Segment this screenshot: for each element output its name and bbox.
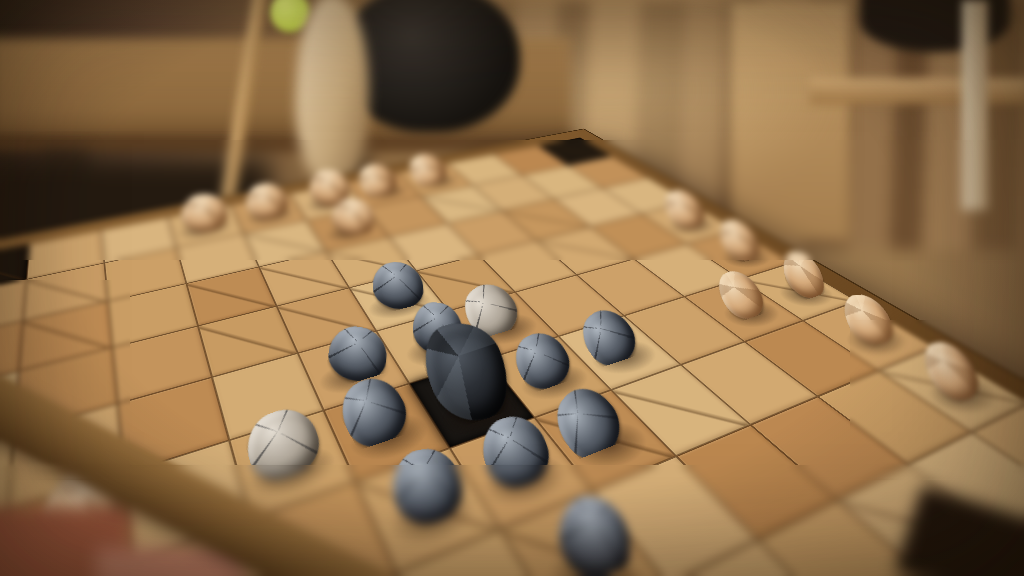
workshop-scene [0, 0, 1024, 576]
attacker-stone-dome [181, 194, 227, 233]
attacker-stone-dome [780, 247, 827, 301]
board-square-e8[interactable] [397, 530, 568, 576]
defender-stone-dome [557, 489, 629, 576]
